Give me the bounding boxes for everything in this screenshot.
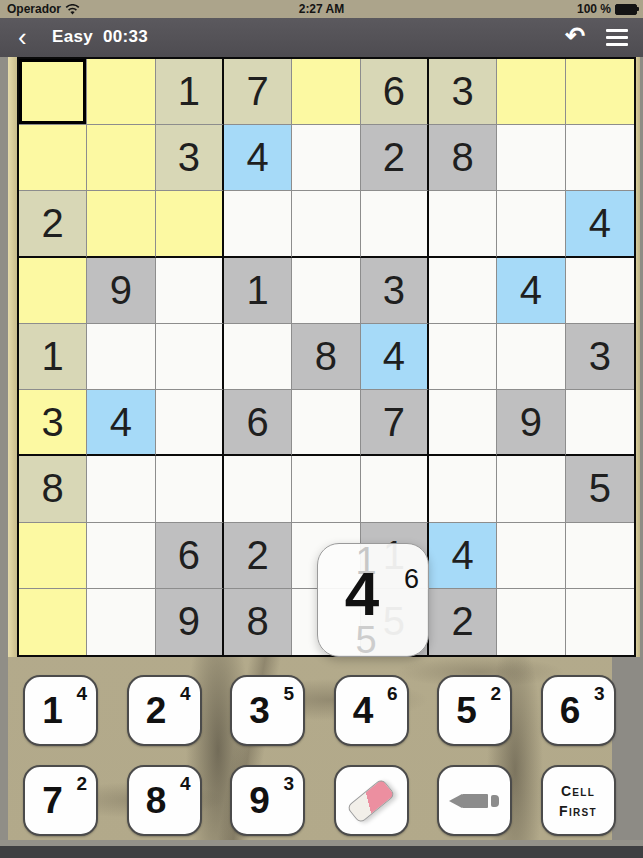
cell-r5c4[interactable] [224,324,292,390]
numpad-count-superscript: 2 [76,773,87,795]
numpad-count-superscript: 4 [180,683,191,705]
numpad-digit: 6 [543,677,598,744]
numpad-6-button[interactable]: 63 [541,675,616,746]
cell-r4c7[interactable] [429,258,497,324]
cell-r6c7[interactable] [429,390,497,456]
numpad-4-button[interactable]: 46 [334,675,409,746]
battery-percent-label: 100 % [577,2,611,16]
cell-r9c4[interactable]: 8 [224,589,292,655]
cell-r4c3[interactable] [156,258,224,324]
cell-r5c8[interactable] [497,324,565,390]
status-bar: Operador 2:27 AM 100 % [0,0,643,19]
cell-r8c1[interactable] [19,523,87,589]
cell-r3c8[interactable] [497,191,565,257]
cell-r1c9[interactable] [566,59,634,125]
cell-r9c3[interactable]: 9 [156,589,224,655]
cell-r6c8[interactable]: 9 [497,390,565,456]
menu-button[interactable] [606,29,628,46]
cell-r2c9[interactable] [566,125,634,191]
numpad-digit: 9 [232,767,287,834]
cell-r6c6[interactable]: 7 [361,390,429,456]
cell-r7c4[interactable] [224,456,292,522]
mode-toggle-button[interactable]: Cell First [541,765,616,836]
cell-r3c3[interactable] [156,191,224,257]
numpad-7-button[interactable]: 72 [23,765,98,836]
cell-r5c3[interactable] [156,324,224,390]
numpad-9-button[interactable]: 93 [230,765,305,836]
numpad-count-superscript: 4 [76,683,87,705]
cell-r5c2[interactable] [87,324,155,390]
numpad-digit: 1 [25,677,80,744]
cell-r1c5[interactable] [292,59,360,125]
numpad-count-superscript: 6 [387,683,398,705]
cell-r3c2[interactable] [87,191,155,257]
cell-r2c8[interactable] [497,125,565,191]
numpad-digit: 5 [439,677,494,744]
numpad-count-superscript: 3 [283,773,294,795]
numpad-2-button[interactable]: 24 [127,675,202,746]
undo-button[interactable]: ↶ [565,22,585,50]
cell-r4c6[interactable]: 3 [361,258,429,324]
bottom-dark-bar [0,846,643,858]
cell-r3c9[interactable]: 4 [566,191,634,257]
pencil-button[interactable] [437,765,512,836]
difficulty-label: Easy [52,27,93,46]
cell-r5c9[interactable]: 3 [566,324,634,390]
cell-r5c6[interactable]: 4 [361,324,429,390]
cell-r2c1[interactable] [19,125,87,191]
numpad-count-superscript: 4 [180,773,191,795]
cell-r9c1[interactable] [19,589,87,655]
cell-r1c2[interactable] [87,59,155,125]
numpad-digit: 4 [336,677,391,744]
nav-bar: ‹ Easy 00:33 ↶ [0,18,643,57]
cell-r8c4[interactable]: 2 [224,523,292,589]
cell-r2c6[interactable]: 2 [361,125,429,191]
cell-r1c1[interactable] [19,59,87,125]
cell-r6c9[interactable] [566,390,634,456]
cell-r3c7[interactable] [429,191,497,257]
cell-r6c5[interactable] [292,390,360,456]
cell-r7c7[interactable] [429,456,497,522]
cell-r6c4[interactable]: 6 [224,390,292,456]
popup-faint-digit-bottom: 5 [318,619,414,662]
numpad-5-button[interactable]: 52 [437,675,512,746]
cell-r8c3[interactable]: 6 [156,523,224,589]
cell-r3c4[interactable] [224,191,292,257]
cell-r4c5[interactable] [292,258,360,324]
cell-r1c3[interactable]: 1 [156,59,224,125]
numpad-count-superscript: 2 [490,683,501,705]
cell-r1c4[interactable]: 7 [224,59,292,125]
cell-r4c9[interactable] [566,258,634,324]
cell-r9c8[interactable] [497,589,565,655]
cell-r9c2[interactable] [87,589,155,655]
clock-label: 2:27 AM [0,2,643,16]
popup-count: 6 [404,564,419,595]
cell-r4c2[interactable]: 9 [87,258,155,324]
cell-r4c8[interactable]: 4 [497,258,565,324]
numpad-digit: 8 [129,767,184,834]
cell-r2c5[interactable] [292,125,360,191]
menu-bar [606,36,628,39]
cell-r9c9[interactable] [566,589,634,655]
cell-r2c4[interactable]: 4 [224,125,292,191]
cell-r1c6[interactable]: 6 [361,59,429,125]
cell-r1c7[interactable]: 3 [429,59,497,125]
timer-label: 00:33 [103,27,148,46]
menu-bar [606,43,628,46]
numpad-count-superscript: 5 [283,683,294,705]
cell-r6c3[interactable] [156,390,224,456]
cell-r6c1[interactable]: 3 [19,390,87,456]
cell-r7c5[interactable] [292,456,360,522]
battery-icon [615,4,637,15]
cell-r7c1[interactable]: 8 [19,456,87,522]
cell-r2c3[interactable]: 3 [156,125,224,191]
cell-r9c7[interactable]: 2 [429,589,497,655]
cell-r7c8[interactable] [497,456,565,522]
cell-r8c9[interactable] [566,523,634,589]
cell-r2c7[interactable]: 8 [429,125,497,191]
cell-r5c1[interactable]: 1 [19,324,87,390]
cell-r8c7[interactable]: 4 [429,523,497,589]
cell-r7c9[interactable]: 5 [566,456,634,522]
numpad-digit: 2 [129,677,184,744]
cell-r2c2[interactable] [87,125,155,191]
cell-r3c5[interactable] [292,191,360,257]
eraser-icon [346,777,396,823]
cell-r4c4[interactable]: 1 [224,258,292,324]
cell-r3c1[interactable]: 2 [19,191,87,257]
cell-r5c5[interactable]: 8 [292,324,360,390]
cell-r7c3[interactable] [156,456,224,522]
cell-r4c1[interactable] [19,258,87,324]
sudoku-app-screen: Operador 2:27 AM 100 % ‹ Easy 00:33 ↶ [0,0,643,858]
cell-r3c6[interactable] [361,191,429,257]
back-button[interactable]: ‹ [18,21,27,53]
numpad-count-superscript: 3 [594,683,605,705]
board-left-frame [8,57,17,657]
left-edge-strip [0,57,8,846]
eraser-button[interactable] [334,765,409,836]
cell-r8c8[interactable] [497,523,565,589]
cell-r8c2[interactable] [87,523,155,589]
numpad-digit: 3 [232,677,287,744]
pencil-icon [449,793,501,809]
cell-r6c2[interactable]: 4 [87,390,155,456]
cell-r7c2[interactable] [87,456,155,522]
mode-toggle-label: Cell First [559,781,597,821]
numpad-1-button[interactable]: 14 [23,675,98,746]
numpad-3-button[interactable]: 35 [230,675,305,746]
game-title: Easy 00:33 [52,27,148,47]
right-edge-band [612,657,643,846]
cell-r7c6[interactable] [361,456,429,522]
numpad-digit: 7 [25,767,80,834]
cell-r1c8[interactable] [497,59,565,125]
menu-bar [606,29,628,32]
numpad-8-button[interactable]: 84 [127,765,202,836]
number-entry-popup: 1 4 6 5 [317,543,429,657]
cell-r5c7[interactable] [429,324,497,390]
